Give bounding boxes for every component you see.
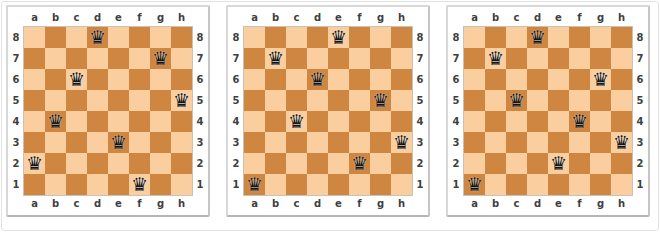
file-label-d: d (87, 9, 108, 27)
square-g1 (370, 174, 391, 195)
square-f8 (349, 27, 370, 48)
square-b4 (265, 111, 286, 132)
rank-label-4: 4 (632, 111, 648, 132)
square-h7 (611, 48, 632, 69)
file-label-b: b (265, 9, 286, 27)
square-h7 (171, 48, 192, 69)
square-b6 (485, 69, 506, 90)
square-g7 (370, 48, 391, 69)
file-label-b: b (485, 195, 506, 213)
square-f1 (349, 174, 370, 195)
rank-label-6: 6 (448, 69, 464, 90)
square-h2 (611, 153, 632, 174)
file-label-e: e (548, 195, 569, 213)
file-label-b: b (485, 9, 506, 27)
square-a6 (24, 69, 45, 90)
rank-label-3: 3 (412, 132, 428, 153)
queen-d8: ♛ (87, 27, 108, 48)
square-h2 (171, 153, 192, 174)
board-panel-1: abcdefgh8♛87♛76♛65♛54♛43♛32♛21♛1abcdefgh (6, 5, 210, 217)
rank-label-8: 8 (632, 27, 648, 48)
square-a2 (244, 153, 265, 174)
square-f7 (569, 48, 590, 69)
rank-label-8: 8 (448, 27, 464, 48)
file-label-h: h (611, 9, 632, 27)
square-a5 (464, 90, 485, 111)
square-a6 (464, 69, 485, 90)
rank-label-6: 6 (192, 69, 208, 90)
square-h4 (171, 111, 192, 132)
square-e3: ♛ (108, 132, 129, 153)
square-d7 (527, 48, 548, 69)
square-d7 (87, 48, 108, 69)
file-label-c: c (66, 195, 87, 213)
corner-spacer (632, 195, 648, 213)
square-g7: ♛ (150, 48, 171, 69)
file-label-g: g (590, 9, 611, 27)
square-h3: ♛ (611, 132, 632, 153)
square-b5 (45, 90, 66, 111)
square-e4 (328, 111, 349, 132)
rank-label-7: 7 (192, 48, 208, 69)
square-g2 (150, 153, 171, 174)
square-c2 (66, 153, 87, 174)
file-label-c: c (286, 195, 307, 213)
rank-label-3: 3 (228, 132, 244, 153)
square-c3 (286, 132, 307, 153)
square-d7 (307, 48, 328, 69)
corner-spacer (192, 195, 208, 213)
square-d1 (527, 174, 548, 195)
square-a2: ♛ (24, 153, 45, 174)
corner-spacer (192, 9, 208, 27)
square-a8 (24, 27, 45, 48)
square-b2 (265, 153, 286, 174)
rank-label-7: 7 (412, 48, 428, 69)
square-c1 (286, 174, 307, 195)
file-label-f: f (349, 9, 370, 27)
square-d1 (307, 174, 328, 195)
square-b4: ♛ (45, 111, 66, 132)
square-b1 (485, 174, 506, 195)
square-a8 (244, 27, 265, 48)
queen-a1: ♛ (244, 174, 265, 195)
square-e2: ♛ (548, 153, 569, 174)
rank-label-1: 1 (228, 174, 244, 195)
square-h1 (611, 174, 632, 195)
rank-label-5: 5 (192, 90, 208, 111)
corner-spacer (448, 195, 464, 213)
chessboard-2: abcdefgh8♛87♛76♛65♛54♛43♛32♛21♛1abcdefgh (228, 9, 428, 213)
file-label-h: h (171, 9, 192, 27)
square-b2 (45, 153, 66, 174)
square-b7 (45, 48, 66, 69)
square-g2 (370, 153, 391, 174)
square-f6 (349, 69, 370, 90)
queen-f4: ♛ (569, 111, 590, 132)
square-h3 (171, 132, 192, 153)
rank-label-6: 6 (412, 69, 428, 90)
file-label-g: g (150, 9, 171, 27)
file-label-a: a (24, 195, 45, 213)
rank-label-5: 5 (632, 90, 648, 111)
rank-label-4: 4 (8, 111, 24, 132)
file-label-b: b (265, 195, 286, 213)
file-label-h: h (391, 195, 412, 213)
square-e1 (328, 174, 349, 195)
rank-label-3: 3 (192, 132, 208, 153)
rank-label-7: 7 (8, 48, 24, 69)
square-e4 (548, 111, 569, 132)
square-h8 (171, 27, 192, 48)
square-f8 (129, 27, 150, 48)
rank-label-4: 4 (228, 111, 244, 132)
file-label-a: a (464, 195, 485, 213)
square-h5 (391, 90, 412, 111)
square-g4 (150, 111, 171, 132)
square-a8 (464, 27, 485, 48)
square-g5 (150, 90, 171, 111)
rank-label-4: 4 (448, 111, 464, 132)
square-a1: ♛ (244, 174, 265, 195)
square-c4: ♛ (286, 111, 307, 132)
rank-label-1: 1 (412, 174, 428, 195)
diagram-frame: abcdefgh8♛87♛76♛65♛54♛43♛32♛21♛1abcdefgh… (1, 1, 659, 231)
square-c7 (286, 48, 307, 69)
square-b5 (265, 90, 286, 111)
square-c7 (506, 48, 527, 69)
queen-e8: ♛ (328, 27, 349, 48)
queen-h3: ♛ (391, 132, 412, 153)
rank-label-8: 8 (8, 27, 24, 48)
board-panel-3: abcdefgh8♛87♛76♛65♛54♛43♛32♛21♛1abcdefgh (446, 5, 650, 217)
rank-label-1: 1 (8, 174, 24, 195)
square-a1 (24, 174, 45, 195)
square-e6 (108, 69, 129, 90)
queen-c5: ♛ (506, 90, 527, 111)
rank-label-6: 6 (8, 69, 24, 90)
square-b4 (485, 111, 506, 132)
square-d8: ♛ (87, 27, 108, 48)
square-c5 (66, 90, 87, 111)
square-g6 (150, 69, 171, 90)
queen-b7: ♛ (265, 48, 286, 69)
square-a7 (24, 48, 45, 69)
queen-b7: ♛ (485, 48, 506, 69)
square-e4 (108, 111, 129, 132)
square-f2 (569, 153, 590, 174)
square-f1 (569, 174, 590, 195)
file-label-f: f (569, 9, 590, 27)
square-d6: ♛ (307, 69, 328, 90)
square-a2 (464, 153, 485, 174)
file-label-e: e (548, 9, 569, 27)
square-h8 (611, 27, 632, 48)
square-f6 (569, 69, 590, 90)
rank-label-3: 3 (632, 132, 648, 153)
square-d6 (527, 69, 548, 90)
square-e8: ♛ (328, 27, 349, 48)
square-g5 (590, 90, 611, 111)
square-a7 (464, 48, 485, 69)
square-a6 (244, 69, 265, 90)
corner-spacer (632, 9, 648, 27)
queen-g6: ♛ (590, 69, 611, 90)
rank-label-5: 5 (412, 90, 428, 111)
square-f4 (129, 111, 150, 132)
square-e8 (108, 27, 129, 48)
square-c8 (66, 27, 87, 48)
queen-f1: ♛ (129, 174, 150, 195)
rank-label-8: 8 (192, 27, 208, 48)
square-d6 (87, 69, 108, 90)
square-d4 (527, 111, 548, 132)
rank-label-2: 2 (448, 153, 464, 174)
square-f7 (129, 48, 150, 69)
square-e6 (548, 69, 569, 90)
file-label-c: c (286, 9, 307, 27)
rank-label-7: 7 (632, 48, 648, 69)
queen-b4: ♛ (45, 111, 66, 132)
square-f4 (349, 111, 370, 132)
file-label-a: a (464, 9, 485, 27)
rank-label-3: 3 (448, 132, 464, 153)
square-f5 (349, 90, 370, 111)
board-panel-2: abcdefgh8♛87♛76♛65♛54♛43♛32♛21♛1abcdefgh (226, 5, 430, 217)
rank-label-5: 5 (228, 90, 244, 111)
corner-spacer (228, 195, 244, 213)
square-b1 (45, 174, 66, 195)
square-h6 (171, 69, 192, 90)
square-d2 (87, 153, 108, 174)
queen-e3: ♛ (108, 132, 129, 153)
rank-label-1: 1 (448, 174, 464, 195)
square-e2 (328, 153, 349, 174)
square-c1 (506, 174, 527, 195)
file-label-e: e (108, 195, 129, 213)
square-g1 (150, 174, 171, 195)
square-g4 (370, 111, 391, 132)
square-d5 (87, 90, 108, 111)
file-label-d: d (527, 9, 548, 27)
square-g5: ♛ (370, 90, 391, 111)
square-e7 (548, 48, 569, 69)
square-e2 (108, 153, 129, 174)
square-c3 (66, 132, 87, 153)
square-f3 (569, 132, 590, 153)
file-label-a: a (244, 195, 265, 213)
square-f6 (129, 69, 150, 90)
square-f3 (349, 132, 370, 153)
square-c1 (66, 174, 87, 195)
square-d3 (527, 132, 548, 153)
square-c4 (506, 111, 527, 132)
square-f4: ♛ (569, 111, 590, 132)
square-a5 (24, 90, 45, 111)
queen-d6: ♛ (307, 69, 328, 90)
file-label-g: g (590, 195, 611, 213)
square-c6 (286, 69, 307, 90)
square-c8 (506, 27, 527, 48)
file-label-f: f (349, 195, 370, 213)
square-d8: ♛ (527, 27, 548, 48)
square-e8 (548, 27, 569, 48)
chessboard-1: abcdefgh8♛87♛76♛65♛54♛43♛32♛21♛1abcdefgh (8, 9, 208, 213)
square-b8 (265, 27, 286, 48)
square-c2 (506, 153, 527, 174)
corner-spacer (228, 9, 244, 27)
file-label-b: b (45, 9, 66, 27)
square-a7 (244, 48, 265, 69)
square-b6 (45, 69, 66, 90)
file-label-g: g (370, 9, 391, 27)
file-label-e: e (328, 9, 349, 27)
queen-a2: ♛ (24, 153, 45, 174)
square-b8 (485, 27, 506, 48)
square-f1: ♛ (129, 174, 150, 195)
square-f2 (129, 153, 150, 174)
square-h4 (391, 111, 412, 132)
square-e1 (548, 174, 569, 195)
queen-a1: ♛ (464, 174, 485, 195)
square-b6 (265, 69, 286, 90)
square-f5 (569, 90, 590, 111)
file-label-h: h (391, 9, 412, 27)
rank-label-2: 2 (8, 153, 24, 174)
square-f8 (569, 27, 590, 48)
queen-c6: ♛ (66, 69, 87, 90)
square-f3 (129, 132, 150, 153)
file-label-c: c (506, 195, 527, 213)
file-label-g: g (370, 195, 391, 213)
square-c8 (286, 27, 307, 48)
square-d5 (527, 90, 548, 111)
file-label-b: b (45, 195, 66, 213)
square-f5 (129, 90, 150, 111)
rank-label-6: 6 (228, 69, 244, 90)
square-e1 (108, 174, 129, 195)
file-label-d: d (307, 9, 328, 27)
queen-d8: ♛ (527, 27, 548, 48)
square-e5 (328, 90, 349, 111)
rank-label-7: 7 (228, 48, 244, 69)
queen-c4: ♛ (286, 111, 307, 132)
file-label-c: c (66, 9, 87, 27)
square-g1 (590, 174, 611, 195)
square-h5: ♛ (171, 90, 192, 111)
file-label-e: e (328, 195, 349, 213)
square-g3 (590, 132, 611, 153)
chessboard-3: abcdefgh8♛87♛76♛65♛54♛43♛32♛21♛1abcdefgh (448, 9, 648, 213)
file-label-f: f (569, 195, 590, 213)
square-b3 (45, 132, 66, 153)
square-b5 (485, 90, 506, 111)
square-d1 (87, 174, 108, 195)
square-h5 (611, 90, 632, 111)
square-b2 (485, 153, 506, 174)
square-c2 (286, 153, 307, 174)
queen-h3: ♛ (611, 132, 632, 153)
square-c3 (506, 132, 527, 153)
rank-label-4: 4 (412, 111, 428, 132)
corner-spacer (448, 9, 464, 27)
square-f2: ♛ (349, 153, 370, 174)
square-c4 (66, 111, 87, 132)
queen-h5: ♛ (171, 90, 192, 111)
square-g4 (590, 111, 611, 132)
square-a3 (464, 132, 485, 153)
square-e3 (548, 132, 569, 153)
file-label-d: d (87, 195, 108, 213)
queen-f2: ♛ (349, 153, 370, 174)
square-h7 (391, 48, 412, 69)
square-c7 (66, 48, 87, 69)
square-g6: ♛ (590, 69, 611, 90)
square-a4 (24, 111, 45, 132)
square-h3: ♛ (391, 132, 412, 153)
square-g3 (370, 132, 391, 153)
square-g8 (150, 27, 171, 48)
rank-label-7: 7 (448, 48, 464, 69)
square-a3 (24, 132, 45, 153)
file-label-g: g (150, 195, 171, 213)
file-label-a: a (24, 9, 45, 27)
file-label-d: d (307, 195, 328, 213)
square-h8 (391, 27, 412, 48)
square-g7 (590, 48, 611, 69)
square-g8 (590, 27, 611, 48)
square-d5 (307, 90, 328, 111)
square-e5 (108, 90, 129, 111)
square-b3 (265, 132, 286, 153)
square-b8 (45, 27, 66, 48)
rank-label-1: 1 (632, 174, 648, 195)
square-g8 (370, 27, 391, 48)
square-a3 (244, 132, 265, 153)
square-c6: ♛ (66, 69, 87, 90)
corner-spacer (8, 9, 24, 27)
rank-label-8: 8 (228, 27, 244, 48)
rank-label-6: 6 (632, 69, 648, 90)
file-label-d: d (527, 195, 548, 213)
square-b7: ♛ (265, 48, 286, 69)
square-f7 (349, 48, 370, 69)
square-d2 (307, 153, 328, 174)
square-e3 (328, 132, 349, 153)
file-label-h: h (611, 195, 632, 213)
square-d4 (87, 111, 108, 132)
file-label-h: h (171, 195, 192, 213)
square-a4 (244, 111, 265, 132)
square-h1 (391, 174, 412, 195)
square-a5 (244, 90, 265, 111)
queen-g5: ♛ (370, 90, 391, 111)
square-h4 (611, 111, 632, 132)
square-h1 (171, 174, 192, 195)
rank-label-2: 2 (192, 153, 208, 174)
rank-label-3: 3 (8, 132, 24, 153)
rank-label-8: 8 (412, 27, 428, 48)
rank-label-5: 5 (448, 90, 464, 111)
square-h2 (391, 153, 412, 174)
rank-label-1: 1 (192, 174, 208, 195)
corner-spacer (412, 195, 428, 213)
square-e6 (328, 69, 349, 90)
square-c5 (286, 90, 307, 111)
rank-label-2: 2 (412, 153, 428, 174)
square-a4 (464, 111, 485, 132)
file-label-f: f (129, 195, 150, 213)
